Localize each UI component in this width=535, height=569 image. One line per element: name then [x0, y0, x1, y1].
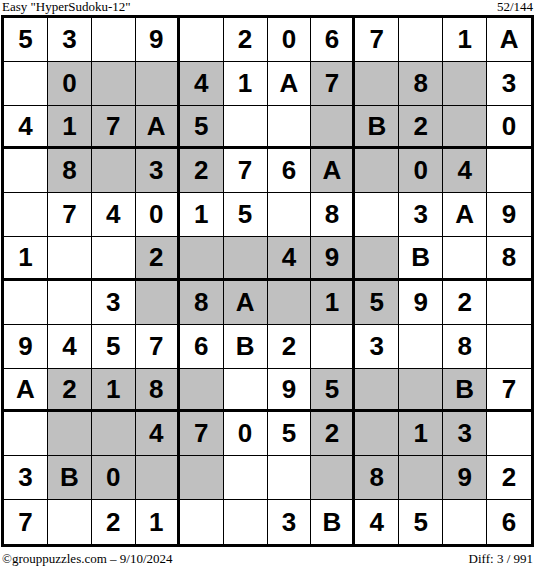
cell-r8c7[interactable]: 2 [268, 325, 312, 369]
cell-r11c9[interactable]: 8 [355, 456, 399, 500]
puzzle-title: Easy "HyperSudoku-12" [2, 0, 131, 14]
cell-r10c11[interactable]: 3 [443, 412, 487, 456]
cell-r8c4[interactable]: 7 [136, 325, 180, 369]
cell-r7c12[interactable] [487, 281, 531, 325]
cell-r5c5[interactable]: 1 [180, 193, 224, 237]
cell-r12c9[interactable]: 4 [355, 500, 399, 544]
page-footer: ©grouppuzzles.com – 9/10/2024 Diff: 3 / … [2, 551, 533, 567]
copyright-date: ©grouppuzzles.com – 9/10/2024 [2, 551, 173, 567]
cell-r8c8[interactable] [311, 325, 355, 369]
cell-r9c1[interactable]: A [4, 369, 48, 413]
cell-r6c7[interactable]: 4 [268, 237, 312, 281]
cell-r3c8[interactable] [311, 106, 355, 150]
cell-r10c7[interactable]: 5 [268, 412, 312, 456]
cell-r10c12[interactable] [487, 412, 531, 456]
cell-r9c6[interactable] [224, 369, 268, 413]
cell-r10c6[interactable]: 0 [224, 412, 268, 456]
cell-r1c11[interactable]: 1 [443, 18, 487, 62]
cell-r4c9[interactable] [355, 149, 399, 193]
cell-r6c6[interactable] [224, 237, 268, 281]
difficulty-rating: Diff: 3 / 991 [469, 551, 533, 567]
cell-r12c2[interactable] [48, 500, 92, 544]
cell-r6c12[interactable]: 8 [487, 237, 531, 281]
cell-r5c7[interactable] [268, 193, 312, 237]
cell-r6c3[interactable] [92, 237, 136, 281]
cell-r4c10[interactable]: 0 [399, 149, 443, 193]
cell-r10c1[interactable] [4, 412, 48, 456]
cell-r3c4[interactable]: A [136, 106, 180, 150]
cell-r3c10[interactable]: 2 [399, 106, 443, 150]
cell-r9c2[interactable]: 2 [48, 369, 92, 413]
cell-r7c11[interactable]: 2 [443, 281, 487, 325]
cell-r12c1[interactable]: 7 [4, 500, 48, 544]
cell-r6c11[interactable] [443, 237, 487, 281]
cell-r1c1[interactable]: 5 [4, 18, 48, 62]
page-header: Easy "HyperSudoku-12" 52/144 [2, 0, 533, 14]
cell-r5c4[interactable]: 0 [136, 193, 180, 237]
cell-r6c1[interactable]: 1 [4, 237, 48, 281]
cell-r10c9[interactable] [355, 412, 399, 456]
cell-r12c5[interactable] [180, 500, 224, 544]
cell-r11c3[interactable]: 0 [92, 456, 136, 500]
cell-r3c7[interactable] [268, 106, 312, 150]
cell-r7c7[interactable] [268, 281, 312, 325]
cell-r11c7[interactable] [268, 456, 312, 500]
cell-r12c6[interactable] [224, 500, 268, 544]
cell-r5c12[interactable]: 9 [487, 193, 531, 237]
cell-r3c5[interactable]: 5 [180, 106, 224, 150]
cell-r7c8[interactable]: 1 [311, 281, 355, 325]
cell-r9c8[interactable]: 5 [311, 369, 355, 413]
cell-r9c4[interactable]: 8 [136, 369, 180, 413]
cell-r10c4[interactable]: 4 [136, 412, 180, 456]
cell-r7c3[interactable]: 3 [92, 281, 136, 325]
cell-r9c11[interactable]: B [443, 369, 487, 413]
cell-r8c2[interactable]: 4 [48, 325, 92, 369]
cell-r2c3[interactable] [92, 62, 136, 106]
cell-r1c4[interactable]: 9 [136, 18, 180, 62]
cell-r10c8[interactable]: 2 [311, 412, 355, 456]
cell-r1c9[interactable]: 7 [355, 18, 399, 62]
cell-r11c8[interactable] [311, 456, 355, 500]
cell-r2c8[interactable]: 7 [311, 62, 355, 106]
cell-r3c6[interactable] [224, 106, 268, 150]
cell-r7c9[interactable]: 5 [355, 281, 399, 325]
cell-r3c3[interactable]: 7 [92, 106, 136, 150]
cell-r5c3[interactable]: 4 [92, 193, 136, 237]
cell-r5c9[interactable] [355, 193, 399, 237]
cell-r7c4[interactable] [136, 281, 180, 325]
cell-r9c12[interactable]: 7 [487, 369, 531, 413]
cell-r11c6[interactable] [224, 456, 268, 500]
cell-r10c2[interactable] [48, 412, 92, 456]
cell-r8c12[interactable] [487, 325, 531, 369]
cell-r6c2[interactable] [48, 237, 92, 281]
cell-r2c6[interactable]: 1 [224, 62, 268, 106]
cell-r3c11[interactable] [443, 106, 487, 150]
cell-r9c10[interactable] [399, 369, 443, 413]
cell-r12c7[interactable]: 3 [268, 500, 312, 544]
cell-r5c8[interactable]: 8 [311, 193, 355, 237]
cell-r1c5[interactable] [180, 18, 224, 62]
cell-r2c7[interactable]: A [268, 62, 312, 106]
cell-r11c10[interactable] [399, 456, 443, 500]
cell-r10c10[interactable]: 1 [399, 412, 443, 456]
cell-r12c4[interactable]: 1 [136, 500, 180, 544]
cell-r11c11[interactable]: 9 [443, 456, 487, 500]
cell-r12c11[interactable] [443, 500, 487, 544]
cell-r8c6[interactable]: B [224, 325, 268, 369]
cell-r11c2[interactable]: B [48, 456, 92, 500]
cell-r5c10[interactable]: 3 [399, 193, 443, 237]
cell-r4c7[interactable]: 6 [268, 149, 312, 193]
cell-r1c12[interactable]: A [487, 18, 531, 62]
cell-r9c3[interactable]: 1 [92, 369, 136, 413]
cell-r2c11[interactable] [443, 62, 487, 106]
sudoku-board: 53920671A041A783417A5B2083276A047401583A… [1, 15, 534, 547]
cell-r5c2[interactable]: 7 [48, 193, 92, 237]
cell-r12c12[interactable]: 6 [487, 500, 531, 544]
cell-r11c1[interactable]: 3 [4, 456, 48, 500]
cell-r1c2[interactable]: 3 [48, 18, 92, 62]
cell-r5c11[interactable]: A [443, 193, 487, 237]
cell-r8c5[interactable]: 6 [180, 325, 224, 369]
cell-r11c4[interactable] [136, 456, 180, 500]
cell-r10c3[interactable] [92, 412, 136, 456]
cell-r9c5[interactable] [180, 369, 224, 413]
cell-r12c3[interactable]: 2 [92, 500, 136, 544]
cell-r8c9[interactable]: 3 [355, 325, 399, 369]
cell-r7c1[interactable] [4, 281, 48, 325]
cell-r4c4[interactable]: 3 [136, 149, 180, 193]
cell-r6c8[interactable]: 9 [311, 237, 355, 281]
cell-r6c9[interactable] [355, 237, 399, 281]
cell-r3c12[interactable]: 0 [487, 106, 531, 150]
cell-r1c10[interactable] [399, 18, 443, 62]
cell-r11c12[interactable]: 2 [487, 456, 531, 500]
cell-r4c1[interactable] [4, 149, 48, 193]
cell-r1c3[interactable] [92, 18, 136, 62]
cell-r10c5[interactable]: 7 [180, 412, 224, 456]
cell-r4c5[interactable]: 2 [180, 149, 224, 193]
cell-r4c2[interactable]: 8 [48, 149, 92, 193]
cell-r2c10[interactable]: 8 [399, 62, 443, 106]
cell-r2c5[interactable]: 4 [180, 62, 224, 106]
cell-r1c6[interactable]: 2 [224, 18, 268, 62]
cell-r7c2[interactable] [48, 281, 92, 325]
cell-r6c5[interactable] [180, 237, 224, 281]
cell-r7c6[interactable]: A [224, 281, 268, 325]
cell-r5c1[interactable] [4, 193, 48, 237]
cell-r3c9[interactable]: B [355, 106, 399, 150]
cell-r4c11[interactable]: 4 [443, 149, 487, 193]
cell-r5c6[interactable]: 5 [224, 193, 268, 237]
cell-r4c6[interactable]: 7 [224, 149, 268, 193]
cell-r6c4[interactable]: 2 [136, 237, 180, 281]
cell-r1c7[interactable]: 0 [268, 18, 312, 62]
cell-r8c11[interactable]: 8 [443, 325, 487, 369]
cell-r12c10[interactable]: 5 [399, 500, 443, 544]
cell-r11c5[interactable] [180, 456, 224, 500]
empty-cell-counter: 52/144 [497, 0, 533, 14]
cell-r7c5[interactable]: 8 [180, 281, 224, 325]
cell-r9c7[interactable]: 9 [268, 369, 312, 413]
cell-r7c10[interactable]: 9 [399, 281, 443, 325]
cell-r12c8[interactable]: B [311, 500, 355, 544]
cell-r2c2[interactable]: 0 [48, 62, 92, 106]
cell-r4c3[interactable] [92, 149, 136, 193]
cell-r3c1[interactable]: 4 [4, 106, 48, 150]
cell-r2c9[interactable] [355, 62, 399, 106]
cell-r8c10[interactable] [399, 325, 443, 369]
cell-r2c1[interactable] [4, 62, 48, 106]
cell-r9c9[interactable] [355, 369, 399, 413]
cell-r6c10[interactable]: B [399, 237, 443, 281]
cell-r8c3[interactable]: 5 [92, 325, 136, 369]
cell-r2c12[interactable]: 3 [487, 62, 531, 106]
cell-r3c2[interactable]: 1 [48, 106, 92, 150]
cell-r1c8[interactable]: 6 [311, 18, 355, 62]
puzzle-page: Easy "HyperSudoku-12" 52/144 53920671A04… [0, 0, 535, 569]
cell-r4c8[interactable]: A [311, 149, 355, 193]
cell-r8c1[interactable]: 9 [4, 325, 48, 369]
cell-r4c12[interactable] [487, 149, 531, 193]
cell-r2c4[interactable] [136, 62, 180, 106]
